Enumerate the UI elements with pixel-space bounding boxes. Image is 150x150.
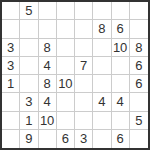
cell-r8c6[interactable] [93,130,111,148]
cell-r6c4[interactable] [57,93,75,111]
cell-r3c2[interactable] [20,39,38,57]
cell-r1c3[interactable] [39,2,57,20]
cell-r7c6[interactable] [93,112,111,130]
cell-r5c1: 1 [2,75,20,93]
cell-r3c5[interactable] [75,39,93,57]
cell-r1c4[interactable] [57,2,75,20]
cell-r5c4: 10 [57,75,75,93]
cell-r1c7[interactable] [112,2,130,20]
cell-r2c1[interactable] [2,20,20,38]
cell-r6c1[interactable] [2,93,20,111]
cell-r6c7: 4 [112,93,130,111]
cell-r4c2[interactable] [20,57,38,75]
cell-r8c8[interactable] [130,130,148,148]
cell-r6c3: 4 [39,93,57,111]
cell-r1c6[interactable] [93,2,111,20]
cell-r5c2[interactable] [20,75,38,93]
cell-r3c1: 3 [2,39,20,57]
cell-r1c2: 5 [20,2,38,20]
cell-r7c3: 10 [39,112,57,130]
cell-r2c5[interactable] [75,20,93,38]
cell-r2c7: 6 [112,20,130,38]
cell-r6c2: 3 [20,93,38,111]
cell-r1c1[interactable] [2,2,20,20]
cell-r8c1[interactable] [2,130,20,148]
cell-r2c4[interactable] [57,20,75,38]
cell-r7c8: 5 [130,112,148,130]
cell-r5c6[interactable] [93,75,111,93]
cell-r2c2[interactable] [20,20,38,38]
cell-r3c3: 8 [39,39,57,57]
cell-r7c1[interactable] [2,112,20,130]
cell-r6c8[interactable] [130,93,148,111]
cell-r5c5[interactable] [75,75,93,93]
puzzle-board: 58638108347618106344411059636 [0,0,150,150]
cell-r4c5: 7 [75,57,93,75]
cell-r5c8: 6 [130,75,148,93]
cell-r8c5: 3 [75,130,93,148]
cell-r3c6[interactable] [93,39,111,57]
cell-r8c3[interactable] [39,130,57,148]
cell-r1c8[interactable] [130,2,148,20]
cell-r7c2: 1 [20,112,38,130]
cell-r8c7: 6 [112,130,130,148]
cell-r2c8[interactable] [130,20,148,38]
cell-r8c4: 6 [57,130,75,148]
cell-r6c5[interactable] [75,93,93,111]
cell-r4c4[interactable] [57,57,75,75]
cell-r4c6[interactable] [93,57,111,75]
cell-r2c6: 8 [93,20,111,38]
cell-r5c3: 8 [39,75,57,93]
cell-r4c8: 6 [130,57,148,75]
cell-r7c4[interactable] [57,112,75,130]
cell-r3c8: 8 [130,39,148,57]
cell-r2c3[interactable] [39,20,57,38]
cell-r6c6: 4 [93,93,111,111]
cell-r8c2: 9 [20,130,38,148]
cell-r7c5[interactable] [75,112,93,130]
cell-r4c1: 3 [2,57,20,75]
cell-r4c7[interactable] [112,57,130,75]
cell-r5c7[interactable] [112,75,130,93]
cell-r3c7: 10 [112,39,130,57]
cell-r7c7[interactable] [112,112,130,130]
cell-r3c4[interactable] [57,39,75,57]
cell-r1c5[interactable] [75,2,93,20]
cell-r4c3: 4 [39,57,57,75]
